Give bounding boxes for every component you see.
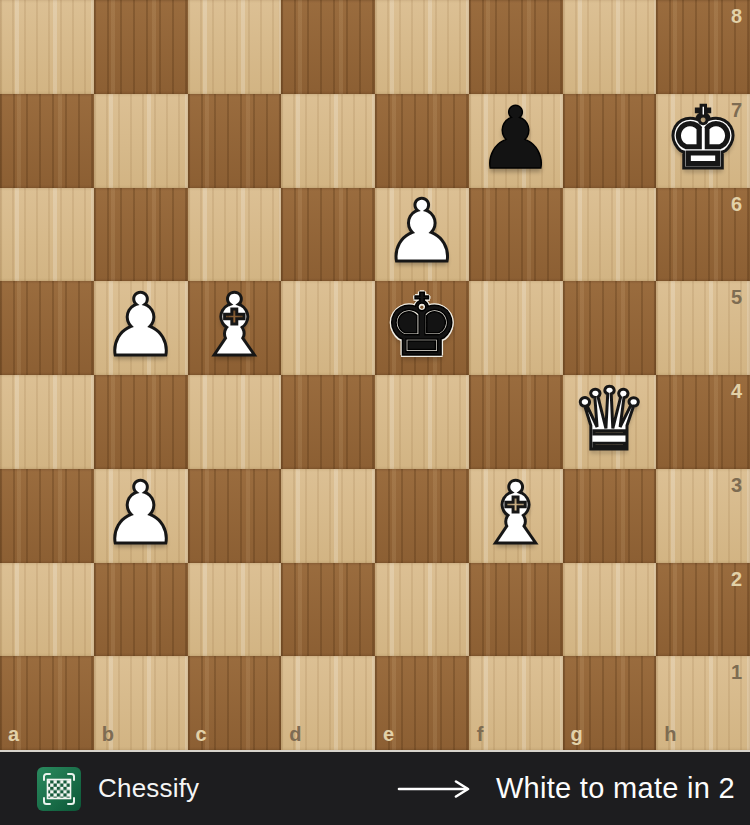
chess-board: 8♟7♚♟6♟♝♚5♛4♟♝32abcdefg1h xyxy=(0,0,750,750)
square-e4[interactable] xyxy=(375,375,469,469)
rank-label-8: 8 xyxy=(731,6,742,26)
square-g5[interactable] xyxy=(563,281,657,375)
square-c2[interactable] xyxy=(188,563,282,657)
square-d7[interactable] xyxy=(281,94,375,188)
white-king-h7[interactable]: ♚ xyxy=(665,95,742,181)
file-label-a: a xyxy=(8,724,19,744)
square-e2[interactable] xyxy=(375,563,469,657)
puzzle-card: 8♟7♚♟6♟♝♚5♛4♟♝32abcdefg1h xyxy=(0,0,750,825)
file-label-f: f xyxy=(477,724,484,744)
square-h7[interactable]: 7♚ xyxy=(656,94,750,188)
white-queen-g4[interactable]: ♛ xyxy=(571,376,648,462)
square-d6[interactable] xyxy=(281,188,375,282)
square-e5[interactable]: ♚ xyxy=(375,281,469,375)
square-f3[interactable]: ♝ xyxy=(469,469,563,563)
square-d5[interactable] xyxy=(281,281,375,375)
puzzle-caption: White to mate in 2 xyxy=(496,772,735,805)
file-label-h: h xyxy=(664,724,676,744)
square-c4[interactable] xyxy=(188,375,282,469)
square-a4[interactable] xyxy=(0,375,94,469)
square-e1[interactable]: e xyxy=(375,656,469,750)
square-b4[interactable] xyxy=(94,375,188,469)
file-label-d: d xyxy=(289,724,301,744)
square-c8[interactable] xyxy=(188,0,282,94)
square-b8[interactable] xyxy=(94,0,188,94)
square-g2[interactable] xyxy=(563,563,657,657)
white-bishop-f3[interactable]: ♝ xyxy=(477,470,554,556)
white-pawn-e6[interactable]: ♟ xyxy=(383,188,460,274)
white-bishop-c5[interactable]: ♝ xyxy=(196,282,273,368)
square-h1[interactable]: 1h xyxy=(656,656,750,750)
rank-label-1: 1 xyxy=(731,662,742,682)
square-h5[interactable]: 5 xyxy=(656,281,750,375)
square-f1[interactable]: f xyxy=(469,656,563,750)
square-f2[interactable] xyxy=(469,563,563,657)
square-d8[interactable] xyxy=(281,0,375,94)
square-c7[interactable] xyxy=(188,94,282,188)
square-e8[interactable] xyxy=(375,0,469,94)
square-f7[interactable]: ♟ xyxy=(469,94,563,188)
square-b6[interactable] xyxy=(94,188,188,282)
white-pawn-b5[interactable]: ♟ xyxy=(102,282,179,368)
rank-label-5: 5 xyxy=(731,287,742,307)
square-c3[interactable] xyxy=(188,469,282,563)
square-a5[interactable] xyxy=(0,281,94,375)
file-label-g: g xyxy=(571,724,583,744)
chessify-brand[interactable]: Chessify xyxy=(37,767,199,811)
square-c5[interactable]: ♝ xyxy=(188,281,282,375)
square-b3[interactable]: ♟ xyxy=(94,469,188,563)
square-g3[interactable] xyxy=(563,469,657,563)
chessify-logo-icon xyxy=(37,767,81,811)
square-c1[interactable]: c xyxy=(188,656,282,750)
square-g7[interactable] xyxy=(563,94,657,188)
square-f8[interactable] xyxy=(469,0,563,94)
rank-label-3: 3 xyxy=(731,475,742,495)
square-f5[interactable] xyxy=(469,281,563,375)
square-g4[interactable]: ♛ xyxy=(563,375,657,469)
square-e7[interactable] xyxy=(375,94,469,188)
square-b1[interactable]: b xyxy=(94,656,188,750)
square-e6[interactable]: ♟ xyxy=(375,188,469,282)
square-b7[interactable] xyxy=(94,94,188,188)
square-g6[interactable] xyxy=(563,188,657,282)
puzzle-caption-group: White to mate in 2 xyxy=(397,772,735,805)
square-d4[interactable] xyxy=(281,375,375,469)
square-h8[interactable]: 8 xyxy=(656,0,750,94)
square-d2[interactable] xyxy=(281,563,375,657)
file-label-b: b xyxy=(102,724,114,744)
square-d3[interactable] xyxy=(281,469,375,563)
square-a3[interactable] xyxy=(0,469,94,563)
square-g8[interactable] xyxy=(563,0,657,94)
square-a1[interactable]: a xyxy=(0,656,94,750)
square-h4[interactable]: 4 xyxy=(656,375,750,469)
rank-label-2: 2 xyxy=(731,569,742,589)
square-f6[interactable] xyxy=(469,188,563,282)
square-b5[interactable]: ♟ xyxy=(94,281,188,375)
square-e3[interactable] xyxy=(375,469,469,563)
square-a7[interactable] xyxy=(0,94,94,188)
square-d1[interactable]: d xyxy=(281,656,375,750)
square-h6[interactable]: 6 xyxy=(656,188,750,282)
square-c6[interactable] xyxy=(188,188,282,282)
rank-label-6: 6 xyxy=(731,194,742,214)
file-label-e: e xyxy=(383,724,394,744)
square-f4[interactable] xyxy=(469,375,563,469)
black-pawn-f7[interactable]: ♟ xyxy=(477,95,554,181)
square-g1[interactable]: g xyxy=(563,656,657,750)
square-b2[interactable] xyxy=(94,563,188,657)
long-right-arrow-icon xyxy=(397,780,471,798)
square-a8[interactable] xyxy=(0,0,94,94)
footer-bar: Chessify White to mate in 2 xyxy=(0,750,750,825)
black-king-e5[interactable]: ♚ xyxy=(383,282,460,368)
file-label-c: c xyxy=(196,724,207,744)
brand-name: Chessify xyxy=(98,773,199,804)
square-a6[interactable] xyxy=(0,188,94,282)
square-a2[interactable] xyxy=(0,563,94,657)
rank-label-4: 4 xyxy=(731,381,742,401)
white-pawn-b3[interactable]: ♟ xyxy=(102,470,179,556)
square-h2[interactable]: 2 xyxy=(656,563,750,657)
square-h3[interactable]: 3 xyxy=(656,469,750,563)
